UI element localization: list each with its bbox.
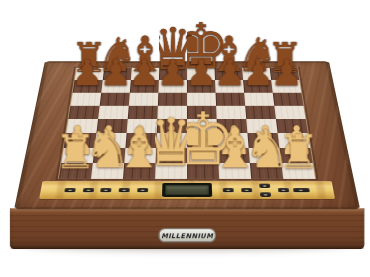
- panel-button-right-1-icon: [226, 189, 230, 191]
- lcd-screen: [165, 185, 209, 194]
- panel-button-left-3-icon: [104, 189, 108, 191]
- panel-button-right-wide[interactable]: [292, 188, 309, 192]
- control-panel-strip: [39, 181, 335, 199]
- square-a8[interactable]: [75, 68, 105, 80]
- panel-button-left-2-icon: [86, 189, 91, 191]
- square-g8[interactable]: [242, 68, 271, 80]
- panel-button-right-1[interactable]: [223, 188, 234, 192]
- panel-button-left-2[interactable]: [83, 188, 94, 192]
- square-e8[interactable]: [187, 68, 215, 80]
- panel-button-left-4-icon: [122, 189, 126, 191]
- square-c8[interactable]: [131, 68, 160, 80]
- panel-button-right-3[interactable]: [278, 188, 289, 192]
- board-front-face: MILLENNIUM: [10, 208, 364, 249]
- panel-button-left-1-icon: [68, 189, 73, 191]
- panel-button-left-5-icon: [140, 189, 144, 191]
- panel-button-right-2-icon: [244, 189, 248, 191]
- panel-button-right-up-icon: [262, 185, 266, 187]
- square-b8[interactable]: [103, 68, 132, 80]
- panel-button-left-4[interactable]: [119, 188, 130, 192]
- panel-button-left-1[interactable]: [64, 188, 75, 192]
- panel-button-right-down[interactable]: [260, 192, 271, 196]
- panel-button-right-wide-icon: [299, 189, 304, 191]
- square-h8[interactable]: [270, 68, 300, 80]
- panel-button-right-up[interactable]: [259, 184, 270, 188]
- lcd-display: [162, 183, 212, 197]
- chess-board: ♜♞♝♛♚♝♞♜♟♟♟♟♟♟♟♟♟♟♟♟♟♟♟♟♜♞♝♛♚♝♞♜ MILLENN…: [14, 61, 360, 209]
- white-rook-glyph: ♜: [278, 129, 320, 176]
- square-d8[interactable]: [159, 68, 187, 80]
- panel-button-left-3[interactable]: [100, 188, 111, 192]
- brand-logo-plate: MILLENNIUM: [158, 228, 216, 242]
- panel-button-left-5[interactable]: [137, 188, 148, 192]
- panel-button-right-3-icon: [281, 189, 286, 191]
- brand-logo-text: MILLENNIUM: [161, 231, 213, 239]
- product-photo-scene: ♜♞♝♛♚♝♞♜♟♟♟♟♟♟♟♟♟♟♟♟♟♟♟♟♜♞♝♛♚♝♞♜ MILLENN…: [0, 0, 370, 277]
- square-f8[interactable]: [215, 68, 244, 80]
- panel-button-right-down-icon: [263, 194, 268, 196]
- panel-button-right-2[interactable]: [241, 188, 252, 192]
- piece-white-rook-h1[interactable]: ♜: [283, 97, 315, 176]
